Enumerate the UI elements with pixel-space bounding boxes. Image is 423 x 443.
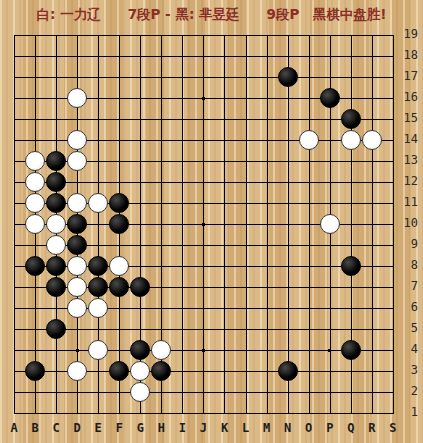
row-label-6: 6 <box>396 300 418 314</box>
col-label-C: C <box>46 421 66 435</box>
col-label-M: M <box>257 421 277 435</box>
row-label-7: 7 <box>396 279 418 293</box>
white-stone-B13 <box>25 151 45 171</box>
row-label-13: 13 <box>396 153 418 167</box>
row-label-14: 14 <box>396 132 418 146</box>
white-stone-C10 <box>46 214 66 234</box>
black-stone-C7 <box>46 277 66 297</box>
row-label-3: 3 <box>396 363 418 377</box>
col-label-N: N <box>278 421 298 435</box>
col-label-H: H <box>151 421 171 435</box>
row-label-17: 17 <box>396 69 418 83</box>
star-point-D4 <box>76 349 79 352</box>
white-stone-C9 <box>46 235 66 255</box>
game-info-header: 白: 一力辽 7段P - 黑: 芈昱廷 9段P 黑棋中盘胜! <box>0 0 423 28</box>
black-stone-Q8 <box>341 256 361 276</box>
white-stone-D11 <box>67 193 87 213</box>
row-label-9: 9 <box>396 237 418 251</box>
col-label-K: K <box>215 421 235 435</box>
white-stone-P10 <box>320 214 340 234</box>
black-stone-C8 <box>46 256 66 276</box>
col-label-O: O <box>299 421 319 435</box>
col-label-G: G <box>130 421 150 435</box>
white-stone-D3 <box>67 361 87 381</box>
col-label-P: P <box>320 421 340 435</box>
black-stone-N17 <box>278 67 298 87</box>
row-label-15: 15 <box>396 111 418 125</box>
row-label-1: 1 <box>396 405 418 419</box>
white-stone-D13 <box>67 151 87 171</box>
white-stone-D7 <box>67 277 87 297</box>
white-stone-D16 <box>67 88 87 108</box>
white-stone-B12 <box>25 172 45 192</box>
col-label-D: D <box>67 421 87 435</box>
row-label-2: 2 <box>396 384 418 398</box>
black-stone-D9 <box>67 235 87 255</box>
col-label-B: B <box>25 421 45 435</box>
star-point-J16 <box>202 97 205 100</box>
black-stone-Q15 <box>341 109 361 129</box>
row-label-19: 19 <box>396 27 418 41</box>
col-label-A: A <box>4 421 24 435</box>
star-point-P4 <box>328 349 331 352</box>
row-label-18: 18 <box>396 48 418 62</box>
white-stone-R14 <box>362 130 382 150</box>
col-label-L: L <box>236 421 256 435</box>
white-stone-D8 <box>67 256 87 276</box>
col-label-J: J <box>193 421 213 435</box>
row-label-5: 5 <box>396 321 418 335</box>
black-stone-C12 <box>46 172 66 192</box>
col-label-I: I <box>172 421 192 435</box>
row-label-16: 16 <box>396 90 418 104</box>
row-label-10: 10 <box>396 216 418 230</box>
white-stone-O14 <box>299 130 319 150</box>
col-label-F: F <box>109 421 129 435</box>
star-point-J4 <box>202 349 205 352</box>
col-label-S: S <box>383 421 403 435</box>
col-label-R: R <box>362 421 382 435</box>
black-stone-C13 <box>46 151 66 171</box>
white-stone-B10 <box>25 214 45 234</box>
white-stone-D14 <box>67 130 87 150</box>
col-label-Q: Q <box>341 421 361 435</box>
star-point-J10 <box>202 223 205 226</box>
black-stone-B8 <box>25 256 45 276</box>
row-label-8: 8 <box>396 258 418 272</box>
col-label-E: E <box>88 421 108 435</box>
black-stone-C11 <box>46 193 66 213</box>
row-label-4: 4 <box>396 342 418 356</box>
white-stone-D6 <box>67 298 87 318</box>
row-label-11: 11 <box>396 195 418 209</box>
black-stone-C5 <box>46 319 66 339</box>
black-stone-P16 <box>320 88 340 108</box>
black-stone-Q4 <box>341 340 361 360</box>
black-stone-N3 <box>278 361 298 381</box>
black-stone-D10 <box>67 214 87 234</box>
row-label-12: 12 <box>396 174 418 188</box>
white-stone-Q14 <box>341 130 361 150</box>
black-stone-B3 <box>25 361 45 381</box>
white-stone-B11 <box>25 193 45 213</box>
go-diagram: 白: 一力辽 7段P - 黑: 芈昱廷 9段P 黑棋中盘胜! ABCDEFGHI… <box>0 0 423 443</box>
